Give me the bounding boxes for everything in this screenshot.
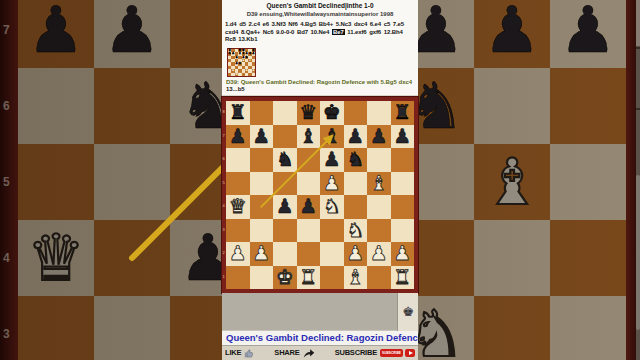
king-icon[interactable]: ♚ (398, 305, 418, 318)
square-g3[interactable] (367, 219, 391, 243)
square-g1[interactable] (367, 266, 391, 290)
white-bishop-piece: ♝ (367, 172, 391, 196)
square-h3[interactable] (391, 219, 415, 243)
black-pawn-piece: ♟ (391, 125, 415, 149)
chess-app-panel: Queen's Gambit Declined|inthe 1-0 D39 en… (222, 0, 418, 360)
square-c3[interactable] (273, 219, 297, 243)
black-rook-piece: ♜ (391, 101, 415, 125)
square-b4[interactable] (250, 195, 274, 219)
square-g8[interactable] (367, 101, 391, 125)
square-b3[interactable] (250, 219, 274, 243)
square-a2[interactable]: ♟ (226, 242, 250, 266)
black-bishop-piece: ♝ (320, 125, 344, 149)
square-c6[interactable]: ♞ (273, 148, 297, 172)
square-a1[interactable] (226, 266, 250, 290)
share-button[interactable]: SHARE (274, 348, 299, 357)
move-Nc6[interactable]: Nc6 (263, 29, 274, 35)
white-pawn-piece: ♟ (320, 172, 344, 196)
square-a3[interactable] (226, 219, 250, 243)
move-c5[interactable]: c5 (384, 21, 390, 27)
rank-label-2: 2 (223, 251, 227, 255)
move-Rc8[interactable]: Rc8 (225, 36, 236, 42)
square-c2[interactable] (273, 242, 297, 266)
rank-label-1: 1 (223, 275, 227, 279)
eco-continuation: 13...b5 (222, 86, 418, 93)
black-pawn-piece: ♟ (297, 195, 321, 219)
square-b7[interactable]: ♟ (250, 125, 274, 149)
square-h1[interactable]: ♜ (391, 266, 415, 290)
square-c4[interactable]: ♟ (273, 195, 297, 219)
square-f4[interactable] (344, 195, 368, 219)
move-cxd4[interactable]: cxd4 (225, 29, 238, 35)
move-line: Rc813.Kb1 (225, 36, 415, 44)
square-b5[interactable] (250, 172, 274, 196)
square-h4[interactable] (391, 195, 415, 219)
square-e4[interactable]: ♞ (320, 195, 344, 219)
move-12.Bh4[interactable]: 12.Bh4 (384, 29, 403, 35)
square-e8[interactable]: ♚ (320, 101, 344, 125)
square-g7[interactable]: ♟ (367, 125, 391, 149)
square-a8[interactable]: ♜ (226, 101, 250, 125)
square-a5[interactable] (226, 172, 250, 196)
share-arrow-icon[interactable] (303, 344, 315, 360)
black-rook-piece: ♜ (226, 101, 250, 125)
white-rook-piece: ♜ (297, 266, 321, 290)
black-pawn-piece: ♟ (344, 125, 368, 149)
square-d3[interactable] (297, 219, 321, 243)
square-h7[interactable]: ♟ (391, 125, 415, 149)
square-a7[interactable]: ♟ (226, 125, 250, 149)
square-f1[interactable]: ♝ (344, 266, 368, 290)
app-side-strip: ♚ (397, 293, 418, 331)
move-6.e4[interactable]: 6.e4 (370, 21, 381, 27)
move-13.Kb1[interactable]: 13.Kb1 (238, 36, 257, 42)
square-d6[interactable] (297, 148, 321, 172)
move-list: 1.d4d52.c4e63.Nf3Nf64.Bg5Bb4+5.Nc3dxc46.… (222, 21, 418, 44)
square-a4[interactable]: ♛ (226, 195, 250, 219)
white-king-piece: ♚ (273, 266, 297, 290)
game-subtitle: D39 ensuing,Whitewillalwaysmaintainsuper… (222, 11, 418, 18)
move-dxc4[interactable]: dxc4 (354, 21, 367, 27)
move-7.e5[interactable]: 7.e5 (393, 21, 404, 27)
square-e2[interactable] (320, 242, 344, 266)
square-g2[interactable]: ♟ (367, 242, 391, 266)
subscribe-label[interactable]: SUBSCRIBE (335, 348, 377, 357)
white-rook-piece: ♜ (252, 73, 255, 76)
square-c1[interactable]: ♚ (273, 266, 297, 290)
black-pawn-piece: ♟ (226, 125, 250, 149)
square-e7[interactable]: ♝ (320, 125, 344, 149)
youtube-icon[interactable] (405, 349, 415, 357)
move-Bd7[interactable]: Bd7 (297, 29, 308, 35)
rank-label-4: 4 (223, 204, 227, 208)
black-bishop-piece: ♝ (297, 125, 321, 149)
move-2.c4[interactable]: 2.c4 (249, 21, 260, 27)
white-queen-piece: ♛ (226, 195, 250, 219)
white-pawn-piece: ♟ (367, 242, 391, 266)
square-g5[interactable]: ♝ (367, 172, 391, 196)
square-h2[interactable]: ♟ (391, 242, 415, 266)
white-pawn-piece: ♟ (226, 242, 250, 266)
white-pawn-piece: ♟ (250, 242, 274, 266)
actions-bar: LIKE SHARE SUBSCRIBE SUBSCRIBE (222, 345, 418, 360)
square-f6[interactable]: ♞ (344, 148, 368, 172)
white-bishop-piece: ♝ (344, 266, 368, 290)
square-e6[interactable]: ♟ (320, 148, 344, 172)
move-9.0-0-0[interactable]: 9.0-0-0 (276, 29, 294, 35)
square-e1[interactable] (320, 266, 344, 290)
video-frame: ♜♛♚♜♟♟♝♝♟♟♟♞♟♞♟♝♛♟♟♞♞♟♟♟♟♟♚♜♝♜ 76543 Que… (0, 0, 640, 360)
black-king-piece: ♚ (320, 101, 344, 125)
move-line: cxd48.Qa4+Nc69.0-0-0Bd710.Ne4Be711.exf6g… (225, 29, 415, 37)
main-board-grid: ♜♛♚♜♟♟♝♝♟♟♟♞♟♞♟♝♛♟♟♞♞♟♟♟♟♟♚♜♝♜ (226, 101, 414, 289)
move-5.Nc3[interactable]: 5.Nc3 (336, 21, 352, 27)
move-3.Nf3[interactable]: 3.Nf3 (272, 21, 286, 27)
black-queen-piece: ♛ (297, 101, 321, 125)
rank-label-6: 6 (223, 157, 227, 161)
white-knight-piece: ♞ (320, 195, 344, 219)
black-pawn-piece: ♟ (273, 195, 297, 219)
square-g4[interactable] (367, 195, 391, 219)
rank-label-8: 8 (223, 110, 227, 114)
move-4.Bg5[interactable]: 4.Bg5 (300, 21, 316, 27)
black-pawn-piece: ♟ (320, 148, 344, 172)
move-line: 1.d4d52.c4e63.Nf3Nf64.Bg5Bb4+5.Nc3dxc46.… (225, 21, 415, 29)
rank-label-5: 5 (223, 181, 227, 185)
square-d8[interactable]: ♛ (297, 101, 321, 125)
square-b1[interactable] (250, 266, 274, 290)
opening-thumbnail-board[interactable]: ♜♛♚♜♟♟♝♝♟♟♟♞♟♞♟♝♛♟♟♞♞♟♟♟♟♟♚♜♝♜ (227, 48, 256, 77)
thumbnail-board-grid: ♜♛♚♜♟♟♝♝♟♟♟♞♟♞♟♝♛♟♟♞♞♟♟♟♟♟♚♜♝♜ (228, 49, 255, 76)
square-d7[interactable]: ♝ (297, 125, 321, 149)
move-Nf6[interactable]: Nf6 (288, 21, 297, 27)
move-1.d4[interactable]: 1.d4 (225, 21, 237, 27)
move-11.exf6[interactable]: 11.exf6 (347, 29, 366, 35)
black-knight-piece: ♞ (344, 148, 368, 172)
square-h8[interactable]: ♜ (391, 101, 415, 125)
square-g6[interactable] (367, 148, 391, 172)
thumbs-up-icon[interactable] (244, 344, 254, 360)
square-d2[interactable] (297, 242, 321, 266)
square-d1[interactable]: ♜ (297, 266, 321, 290)
like-button[interactable]: LIKE (225, 348, 241, 357)
main-board: ♜♛♚♜♟♟♝♝♟♟♟♞♟♞♟♝♛♟♟♞♞♟♟♟♟♟♚♜♝♜ 87654321 (222, 97, 418, 293)
square-f2[interactable]: ♟ (344, 242, 368, 266)
rank-label-3: 3 (223, 228, 227, 232)
move-gxf6[interactable]: gxf6 (369, 29, 381, 35)
black-pawn-piece: ♟ (367, 125, 391, 149)
square-d5[interactable] (297, 172, 321, 196)
rank-label-7: 7 (223, 134, 227, 138)
app-empty-area: ♚ (222, 293, 418, 330)
square-h6[interactable] (391, 148, 415, 172)
video-caption: Queen's Gambit Declined: Ragozin Defence (222, 330, 418, 345)
square-f5[interactable] (344, 172, 368, 196)
square-h1: ♜ (252, 73, 255, 76)
square-b6[interactable] (250, 148, 274, 172)
move-8.Qa4+[interactable]: 8.Qa4+ (241, 29, 260, 35)
move-Be7[interactable]: Be7 (332, 29, 345, 35)
square-c7[interactable] (273, 125, 297, 149)
move-10.Ne4[interactable]: 10.Ne4 (311, 29, 330, 35)
move-Bb4+[interactable]: Bb4+ (319, 21, 333, 27)
square-f8[interactable] (344, 101, 368, 125)
black-pawn-piece: ♟ (250, 125, 274, 149)
white-knight-piece: ♞ (344, 219, 368, 243)
square-c5[interactable] (273, 172, 297, 196)
square-a6[interactable] (226, 148, 250, 172)
white-pawn-piece: ♟ (344, 242, 368, 266)
square-f7[interactable]: ♟ (344, 125, 368, 149)
square-e5[interactable]: ♟ (320, 172, 344, 196)
square-f3[interactable]: ♞ (344, 219, 368, 243)
square-c8[interactable] (273, 101, 297, 125)
square-e3[interactable] (320, 219, 344, 243)
move-e6[interactable]: e6 (262, 21, 268, 27)
square-b8[interactable] (250, 101, 274, 125)
move-d5[interactable]: d5 (239, 21, 246, 27)
black-knight-piece: ♞ (273, 148, 297, 172)
eco-opening-name: D39: Queen's Gambit Declined: Ragozin De… (222, 79, 418, 86)
white-rook-piece: ♜ (391, 266, 415, 290)
subscribe-button[interactable]: SUBSCRIBE (380, 349, 403, 357)
white-pawn-piece: ♟ (391, 242, 415, 266)
game-title: Queen's Gambit Declined|inthe 1-0 (222, 2, 418, 10)
square-b2[interactable]: ♟ (250, 242, 274, 266)
square-h5[interactable] (391, 172, 415, 196)
square-d4[interactable]: ♟ (297, 195, 321, 219)
